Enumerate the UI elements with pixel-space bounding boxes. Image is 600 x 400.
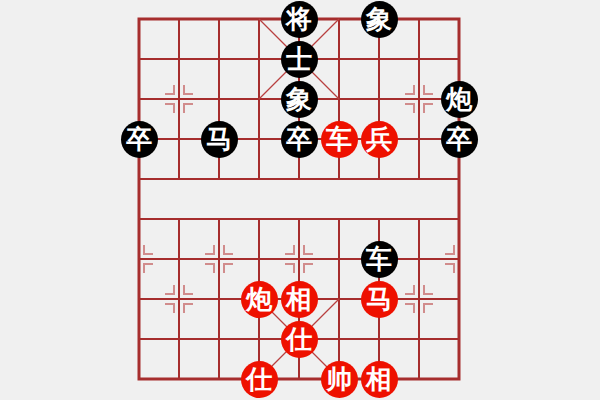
piece-red-advisor[interactable]: 仕 — [281, 321, 318, 358]
piece-black-chariot[interactable]: 车 — [361, 241, 398, 278]
piece-red-chariot[interactable]: 车 — [321, 121, 358, 158]
piece-black-pawn[interactable]: 卒 — [281, 121, 318, 158]
piece-red-horse[interactable]: 马 — [361, 281, 398, 318]
piece-red-elephant[interactable]: 相 — [281, 281, 318, 318]
piece-black-elephant[interactable]: 象 — [361, 1, 398, 38]
piece-black-pawn[interactable]: 卒 — [441, 121, 478, 158]
piece-black-horse[interactable]: 马 — [201, 121, 238, 158]
xiangqi-board: 将象士象炮卒马卒车兵卒车炮相马仕仕帅相 — [0, 0, 600, 400]
piece-black-pawn[interactable]: 卒 — [121, 121, 158, 158]
piece-red-general[interactable]: 帅 — [321, 361, 358, 398]
piece-red-advisor[interactable]: 仕 — [241, 361, 278, 398]
piece-black-general[interactable]: 将 — [281, 1, 318, 38]
piece-black-cannon[interactable]: 炮 — [441, 81, 478, 118]
piece-black-elephant[interactable]: 象 — [281, 81, 318, 118]
pieces-layer: 将象士象炮卒马卒车兵卒车炮相马仕仕帅相 — [119, 0, 479, 399]
piece-red-cannon[interactable]: 炮 — [241, 281, 278, 318]
piece-red-elephant[interactable]: 相 — [361, 361, 398, 398]
piece-black-advisor[interactable]: 士 — [281, 41, 318, 78]
piece-red-pawn[interactable]: 兵 — [361, 121, 398, 158]
